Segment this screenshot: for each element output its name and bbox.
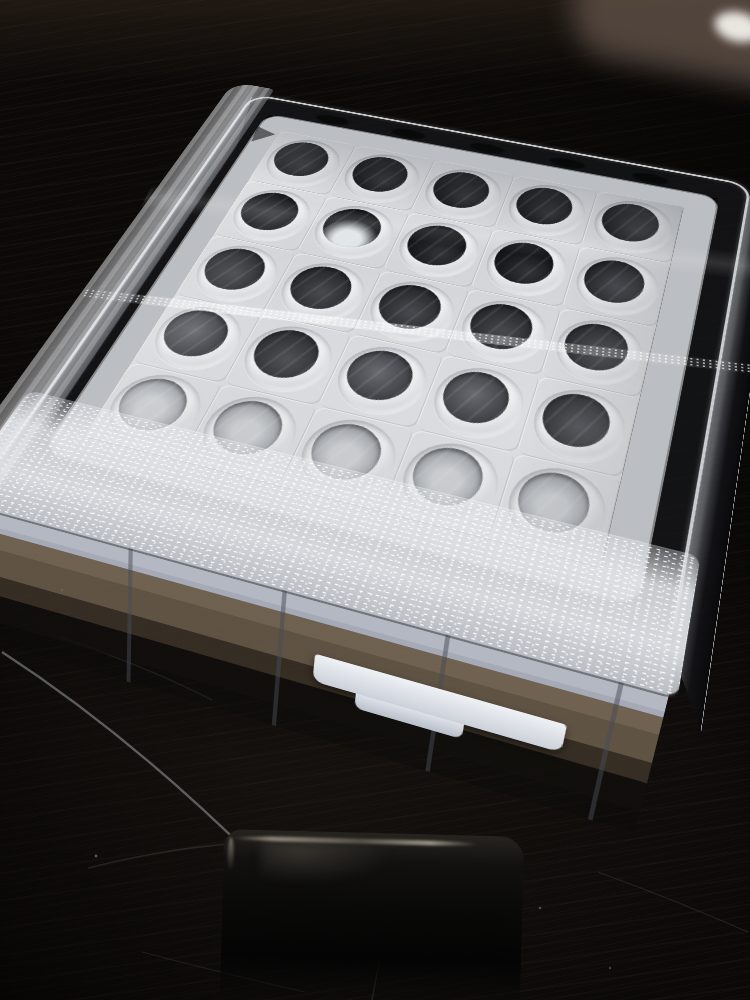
foreground-black-object xyxy=(220,829,524,1000)
foreground-object-sheen xyxy=(261,839,392,884)
photo-stage: Overhead photo of a translucent plastic … xyxy=(0,0,750,1000)
cryobox xyxy=(0,95,750,652)
rack-bottom-lip xyxy=(313,654,567,753)
foreground-object-corner-highlight xyxy=(227,837,234,871)
rack-bottom-tab xyxy=(354,693,464,739)
